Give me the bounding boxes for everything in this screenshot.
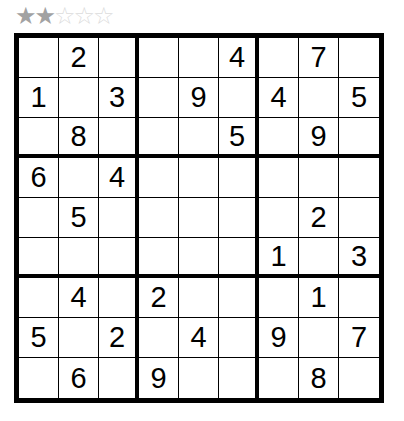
- cell-r6c5[interactable]: [179, 238, 219, 278]
- cell-r6c4[interactable]: [139, 238, 179, 278]
- cell-r9c4[interactable]: 9: [139, 358, 179, 398]
- cell-r8c3[interactable]: 2: [99, 318, 139, 358]
- cell-r2c6[interactable]: [219, 78, 259, 118]
- cell-r5c4[interactable]: [139, 198, 179, 238]
- cell-r1c4[interactable]: [139, 38, 179, 78]
- cell-r1c3[interactable]: [99, 38, 139, 78]
- cell-r4c3[interactable]: 4: [99, 158, 139, 198]
- cell-r2c2[interactable]: [59, 78, 99, 118]
- cell-r9c5[interactable]: [179, 358, 219, 398]
- cell-r3c2[interactable]: 8: [59, 118, 99, 158]
- cell-r8c6[interactable]: [219, 318, 259, 358]
- cell-r4c2[interactable]: [59, 158, 99, 198]
- cell-r8c1[interactable]: 5: [19, 318, 59, 358]
- cell-r2c5[interactable]: 9: [179, 78, 219, 118]
- cell-r7c7[interactable]: [259, 278, 299, 318]
- cell-r3c7[interactable]: [259, 118, 299, 158]
- star-filled-icon: ★: [15, 4, 35, 28]
- cell-r6c7[interactable]: 1: [259, 238, 299, 278]
- cell-r9c8[interactable]: 8: [299, 358, 339, 398]
- cell-r4c8[interactable]: [299, 158, 339, 198]
- star-empty-icon: ☆: [93, 4, 113, 28]
- cell-r9c3[interactable]: [99, 358, 139, 398]
- cell-r1c6[interactable]: 4: [219, 38, 259, 78]
- cell-r8c7[interactable]: 9: [259, 318, 299, 358]
- cell-r8c4[interactable]: [139, 318, 179, 358]
- cell-r4c4[interactable]: [139, 158, 179, 198]
- cell-r5c8[interactable]: 2: [299, 198, 339, 238]
- cell-r3c5[interactable]: [179, 118, 219, 158]
- cell-r6c1[interactable]: [19, 238, 59, 278]
- cell-r5c7[interactable]: [259, 198, 299, 238]
- star-empty-icon: ☆: [54, 4, 74, 28]
- cell-r4c7[interactable]: [259, 158, 299, 198]
- cell-r5c2[interactable]: 5: [59, 198, 99, 238]
- cell-r9c2[interactable]: 6: [59, 358, 99, 398]
- cell-r1c9[interactable]: [339, 38, 379, 78]
- cell-r6c6[interactable]: [219, 238, 259, 278]
- cell-r7c4[interactable]: 2: [139, 278, 179, 318]
- cell-r6c9[interactable]: 3: [339, 238, 379, 278]
- cell-r3c3[interactable]: [99, 118, 139, 158]
- cell-r2c3[interactable]: 3: [99, 78, 139, 118]
- cell-r2c7[interactable]: 4: [259, 78, 299, 118]
- cell-r2c8[interactable]: [299, 78, 339, 118]
- cell-r2c1[interactable]: 1: [19, 78, 59, 118]
- cell-r8c2[interactable]: [59, 318, 99, 358]
- cell-r7c1[interactable]: [19, 278, 59, 318]
- cell-r3c6[interactable]: 5: [219, 118, 259, 158]
- cell-r5c5[interactable]: [179, 198, 219, 238]
- cell-r9c7[interactable]: [259, 358, 299, 398]
- cell-r7c8[interactable]: 1: [299, 278, 339, 318]
- star-filled-icon: ★: [35, 4, 55, 28]
- cell-r1c1[interactable]: [19, 38, 59, 78]
- cell-r3c9[interactable]: [339, 118, 379, 158]
- cell-r5c3[interactable]: [99, 198, 139, 238]
- cell-r7c5[interactable]: [179, 278, 219, 318]
- cell-r4c9[interactable]: [339, 158, 379, 198]
- cell-r3c4[interactable]: [139, 118, 179, 158]
- cell-r7c3[interactable]: [99, 278, 139, 318]
- cell-r1c7[interactable]: [259, 38, 299, 78]
- cell-r3c1[interactable]: [19, 118, 59, 158]
- cell-r2c9[interactable]: 5: [339, 78, 379, 118]
- cell-r8c8[interactable]: [299, 318, 339, 358]
- cell-r7c6[interactable]: [219, 278, 259, 318]
- cell-r6c2[interactable]: [59, 238, 99, 278]
- cell-r8c9[interactable]: 7: [339, 318, 379, 358]
- difficulty-rating: ★★☆☆☆: [15, 2, 113, 30]
- cell-r7c9[interactable]: [339, 278, 379, 318]
- cell-r4c5[interactable]: [179, 158, 219, 198]
- cell-r2c4[interactable]: [139, 78, 179, 118]
- cell-r4c6[interactable]: [219, 158, 259, 198]
- sudoku-board: 2471394585964521342152497698: [14, 33, 384, 403]
- sudoku-page: ★★☆☆☆ 2471394585964521342152497698: [0, 0, 404, 421]
- cell-r5c9[interactable]: [339, 198, 379, 238]
- cell-r1c8[interactable]: 7: [299, 38, 339, 78]
- star-empty-icon: ☆: [74, 4, 94, 28]
- cell-r1c5[interactable]: [179, 38, 219, 78]
- cell-r9c6[interactable]: [219, 358, 259, 398]
- cell-r6c3[interactable]: [99, 238, 139, 278]
- cell-r6c8[interactable]: [299, 238, 339, 278]
- cell-r1c2[interactable]: 2: [59, 38, 99, 78]
- cell-r5c6[interactable]: [219, 198, 259, 238]
- cell-r3c8[interactable]: 9: [299, 118, 339, 158]
- cell-r8c5[interactable]: 4: [179, 318, 219, 358]
- cell-r5c1[interactable]: [19, 198, 59, 238]
- cell-r9c9[interactable]: [339, 358, 379, 398]
- cell-r7c2[interactable]: 4: [59, 278, 99, 318]
- cell-r9c1[interactable]: [19, 358, 59, 398]
- cell-r4c1[interactable]: 6: [19, 158, 59, 198]
